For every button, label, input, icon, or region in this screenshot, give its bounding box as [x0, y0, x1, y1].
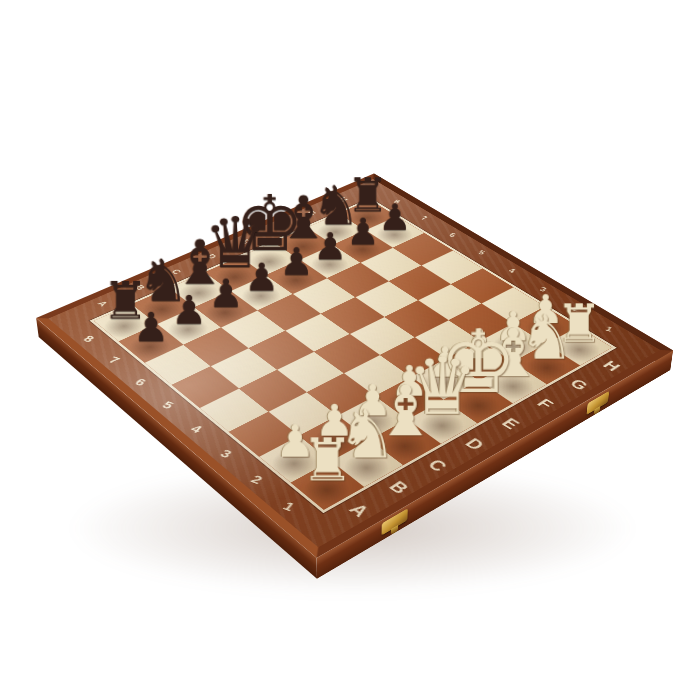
chess-board: AABBCCDDEEFFGGHH1122334455667788♜♞♝♛♚♝♞♜…: [36, 174, 673, 558]
playfield: AABBCCDDEEFFGGHH1122334455667788♜♞♝♛♚♝♞♜…: [90, 198, 617, 513]
square-c5[interactable]: [249, 331, 315, 370]
pawn-glyph: ♟: [280, 242, 314, 280]
rank-label-right-4: 4: [507, 268, 516, 274]
pawn-glyph: ♟: [245, 258, 280, 297]
rank-label-left-7: 7: [107, 355, 123, 366]
rank-label-left-2: 2: [249, 473, 266, 486]
file-label-front-c: C: [424, 457, 450, 474]
pawn-glyph: ♟: [133, 307, 169, 347]
file-label-front-b: B: [386, 479, 412, 496]
rank-label-right-7: 7: [420, 216, 428, 221]
rank-label-left-3: 3: [218, 447, 235, 459]
rank-label-left-5: 5: [160, 399, 176, 410]
rank-label-right-6: 6: [448, 233, 456, 239]
file-label-front-d: D: [462, 436, 487, 452]
pawn-glyph: ♟: [171, 290, 207, 330]
rank-label-right-1: 1: [604, 326, 613, 333]
rank-label-left-8: 8: [81, 334, 97, 344]
product-photo-stage: AABBCCDDEEFFGGHH1122334455667788♜♞♝♛♚♝♞♜…: [0, 0, 700, 700]
pawn-glyph: ♟: [379, 199, 412, 235]
rank-label-left-1: 1: [281, 499, 298, 512]
pawn-glyph: ♟: [208, 274, 243, 313]
file-label-front-f: F: [534, 397, 557, 411]
rank-label-left-4: 4: [188, 423, 204, 435]
file-label-front-g: G: [567, 377, 592, 392]
file-label-front-e: E: [499, 416, 523, 431]
pawn-glyph: ♟: [347, 213, 380, 250]
perspective-scene: AABBCCDDEEFFGGHH1122334455667788♜♞♝♛♚♝♞♜…: [0, 0, 700, 700]
rook-glyph: ♜: [301, 431, 354, 490]
board-frame: AABBCCDDEEFFGGHH1122334455667788♜♞♝♛♚♝♞♜…: [36, 174, 673, 558]
pawn-glyph: ♟: [314, 228, 348, 265]
rank-label-left-6: 6: [133, 376, 149, 387]
file-label-front-h: H: [600, 359, 623, 373]
rank-label-right-5: 5: [477, 250, 486, 256]
file-label-front-a: A: [346, 501, 373, 519]
